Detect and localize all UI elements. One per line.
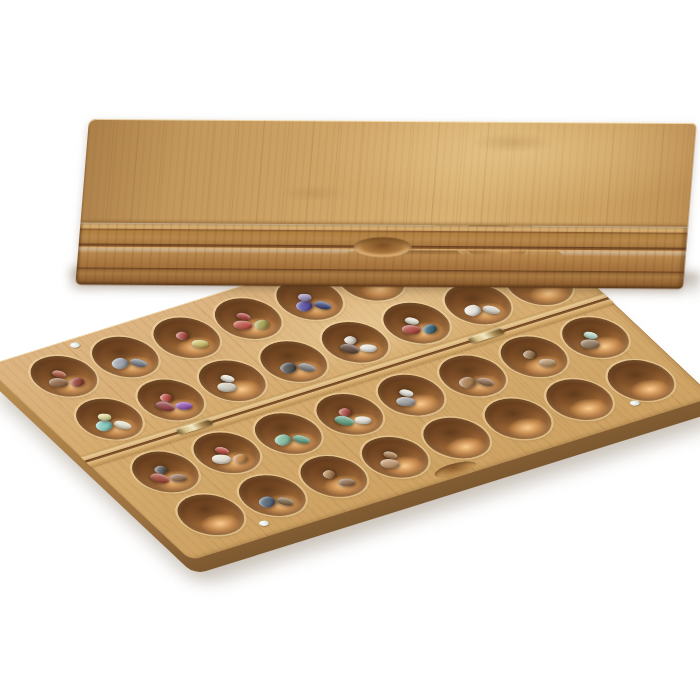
gemstone <box>254 494 277 509</box>
gemstone <box>296 361 317 373</box>
gemstone <box>460 302 483 317</box>
gemstone <box>521 349 538 360</box>
gemstone <box>336 478 357 487</box>
mancala-set-photo <box>0 0 700 700</box>
gemstone <box>189 339 210 348</box>
gemstone <box>357 343 378 352</box>
gemstone <box>332 414 356 428</box>
gemstone <box>107 356 130 371</box>
magnet-dot-near-rim <box>257 520 271 527</box>
gemstone <box>352 415 373 424</box>
gemstone <box>320 469 337 480</box>
gemstone <box>337 342 361 356</box>
gemstone <box>536 358 557 367</box>
gemstone <box>209 454 233 465</box>
gemstone <box>167 473 188 482</box>
gemstone <box>276 360 299 375</box>
gemstone <box>393 396 417 407</box>
gemstone <box>229 452 249 465</box>
gemstone <box>66 375 86 388</box>
magnet-dot-far-rim <box>68 341 82 348</box>
closed-lid-box <box>75 119 696 289</box>
lid-grip-notch <box>353 237 413 257</box>
gemstone <box>274 495 295 507</box>
gemstone <box>173 401 194 410</box>
gemstone <box>127 357 148 369</box>
gemstone <box>173 330 190 341</box>
gemstone <box>270 432 293 447</box>
gemstone <box>377 458 401 469</box>
gemstone <box>96 413 113 421</box>
gemstone <box>577 338 601 349</box>
gemstone <box>46 377 70 388</box>
gemstone <box>290 433 311 445</box>
gemstone <box>312 299 333 311</box>
gemstone <box>251 318 271 331</box>
gemstone <box>455 374 478 389</box>
gemstone <box>214 382 238 393</box>
gemstone <box>153 399 177 413</box>
gemstone <box>230 320 254 331</box>
lid-front-face <box>75 223 688 289</box>
lid-top-face <box>80 119 696 227</box>
gemstone <box>111 419 132 431</box>
gemstone <box>475 376 496 388</box>
gemstone <box>480 304 501 316</box>
gemstone <box>147 471 171 485</box>
gemstone <box>419 322 439 335</box>
gemstone <box>398 324 422 335</box>
